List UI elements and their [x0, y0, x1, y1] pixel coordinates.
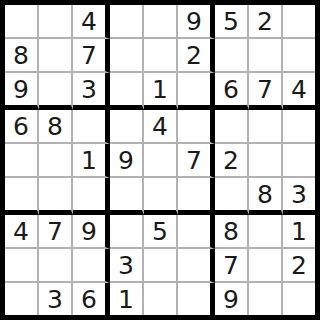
cell-r9c9-empty[interactable] — [283, 283, 315, 315]
cell-r9c7-given-digit: 9 — [215, 283, 249, 315]
cell-r2c6-given-digit: 2 — [178, 39, 215, 73]
cell-r1c4-empty[interactable] — [110, 5, 144, 39]
cell-r4c9-empty[interactable] — [283, 110, 315, 144]
cell-r5c5-empty[interactable] — [144, 144, 178, 178]
cell-r9c6-empty[interactable] — [178, 283, 215, 315]
cell-r7c8-empty[interactable] — [249, 215, 283, 249]
cell-r4c6-empty[interactable] — [178, 110, 215, 144]
cell-r7c5-given-digit: 5 — [144, 215, 178, 249]
cell-r7c6-empty[interactable] — [178, 215, 215, 249]
cell-r9c5-empty[interactable] — [144, 283, 178, 315]
cell-r5c1-empty[interactable] — [5, 144, 39, 178]
cell-r4c3-empty[interactable] — [73, 110, 110, 144]
cell-r3c4-empty[interactable] — [110, 73, 144, 110]
cell-r4c5-given-digit: 4 — [144, 110, 178, 144]
sudoku-board: 49528729316746841972834795813723619 — [0, 0, 320, 320]
cell-r2c8-empty[interactable] — [249, 39, 283, 73]
cell-r5c4-given-digit: 9 — [110, 144, 144, 178]
cell-r3c9-given-digit: 4 — [283, 73, 315, 110]
cell-r1c5-empty[interactable] — [144, 5, 178, 39]
cell-r6c9-given-digit: 3 — [283, 178, 315, 215]
cell-r3c2-empty[interactable] — [39, 73, 73, 110]
cell-r8c3-empty[interactable] — [73, 249, 110, 283]
cell-r8c5-empty[interactable] — [144, 249, 178, 283]
cell-r6c3-empty[interactable] — [73, 178, 110, 215]
cell-r5c8-empty[interactable] — [249, 144, 283, 178]
cell-r3c5-given-digit: 1 — [144, 73, 178, 110]
cell-r6c7-empty[interactable] — [215, 178, 249, 215]
cell-r2c7-empty[interactable] — [215, 39, 249, 73]
cell-r4c8-empty[interactable] — [249, 110, 283, 144]
cell-r5c9-empty[interactable] — [283, 144, 315, 178]
cell-r6c6-empty[interactable] — [178, 178, 215, 215]
cell-r7c4-empty[interactable] — [110, 215, 144, 249]
cell-r7c3-given-digit: 9 — [73, 215, 110, 249]
cell-r5c2-empty[interactable] — [39, 144, 73, 178]
cell-r6c5-empty[interactable] — [144, 178, 178, 215]
cell-r2c4-empty[interactable] — [110, 39, 144, 73]
cell-r1c1-empty[interactable] — [5, 5, 39, 39]
cell-r2c3-given-digit: 7 — [73, 39, 110, 73]
cell-r3c7-given-digit: 6 — [215, 73, 249, 110]
cell-r4c1-given-digit: 6 — [5, 110, 39, 144]
cell-r8c7-given-digit: 7 — [215, 249, 249, 283]
cell-r5c7-given-digit: 2 — [215, 144, 249, 178]
cell-r6c1-empty[interactable] — [5, 178, 39, 215]
cell-r4c7-empty[interactable] — [215, 110, 249, 144]
cell-r3c3-given-digit: 3 — [73, 73, 110, 110]
cell-r3c8-given-digit: 7 — [249, 73, 283, 110]
cell-r2c1-given-digit: 8 — [5, 39, 39, 73]
cell-r8c2-empty[interactable] — [39, 249, 73, 283]
cell-r4c2-given-digit: 8 — [39, 110, 73, 144]
cell-r8c8-empty[interactable] — [249, 249, 283, 283]
cell-r1c3-given-digit: 4 — [73, 5, 110, 39]
cell-r4c4-empty[interactable] — [110, 110, 144, 144]
cell-r5c3-given-digit: 1 — [73, 144, 110, 178]
cell-r3c1-given-digit: 9 — [5, 73, 39, 110]
cell-r8c6-empty[interactable] — [178, 249, 215, 283]
cell-r9c1-empty[interactable] — [5, 283, 39, 315]
cell-r5c6-given-digit: 7 — [178, 144, 215, 178]
cell-r6c8-given-digit: 8 — [249, 178, 283, 215]
cell-r1c7-given-digit: 5 — [215, 5, 249, 39]
cell-r2c9-empty[interactable] — [283, 39, 315, 73]
cell-r3c6-empty[interactable] — [178, 73, 215, 110]
cell-r2c2-empty[interactable] — [39, 39, 73, 73]
cell-r8c1-empty[interactable] — [5, 249, 39, 283]
cell-r7c9-given-digit: 1 — [283, 215, 315, 249]
cell-r1c2-empty[interactable] — [39, 5, 73, 39]
cell-r2c5-empty[interactable] — [144, 39, 178, 73]
cell-r9c3-given-digit: 6 — [73, 283, 110, 315]
cell-r8c9-given-digit: 2 — [283, 249, 315, 283]
cell-r7c2-given-digit: 7 — [39, 215, 73, 249]
cell-r7c1-given-digit: 4 — [5, 215, 39, 249]
cell-r6c2-empty[interactable] — [39, 178, 73, 215]
cell-r6c4-empty[interactable] — [110, 178, 144, 215]
cell-r1c8-given-digit: 2 — [249, 5, 283, 39]
cell-r9c2-given-digit: 3 — [39, 283, 73, 315]
cell-r1c6-given-digit: 9 — [178, 5, 215, 39]
cell-r1c9-empty[interactable] — [283, 5, 315, 39]
cell-r9c8-empty[interactable] — [249, 283, 283, 315]
cell-r9c4-given-digit: 1 — [110, 283, 144, 315]
cell-r7c7-given-digit: 8 — [215, 215, 249, 249]
cell-r8c4-given-digit: 3 — [110, 249, 144, 283]
